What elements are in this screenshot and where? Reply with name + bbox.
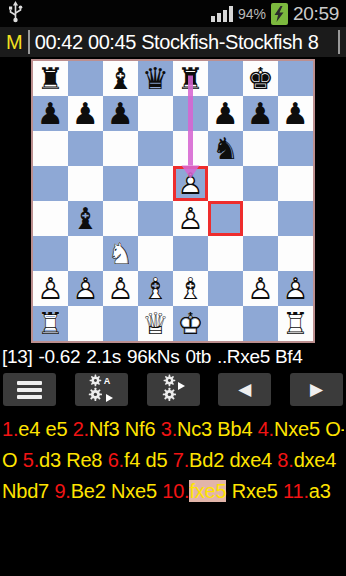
square-e3[interactable] (173, 236, 208, 271)
white-pawn: ♟♙ (278, 271, 313, 306)
square-c5[interactable] (103, 166, 138, 201)
menu-button[interactable] (3, 373, 56, 406)
move-text[interactable]: Nf3 Nf6 (89, 418, 161, 440)
move-number: 8. (277, 449, 293, 471)
hamburger-menu-icon (17, 381, 42, 399)
square-g7[interactable]: ♟ (243, 96, 278, 131)
square-f1[interactable] (208, 306, 243, 341)
square-a5[interactable] (33, 166, 68, 201)
move-text[interactable]: Nbd7 (2, 480, 54, 502)
move-text[interactable]: dxe4 (294, 449, 337, 471)
black-pawn: ♟ (278, 96, 313, 131)
move-text[interactable]: Rxe5 (226, 480, 283, 502)
engine-play-move-button[interactable] (147, 373, 200, 406)
engine-time: 2.1s (86, 346, 121, 368)
square-d8[interactable]: ♛ (138, 61, 173, 96)
black-clock: 00:45 (88, 31, 136, 53)
game-header: 00:42 00:45 Stockfish-Stockfish 8 (35, 31, 319, 54)
square-b8[interactable] (68, 61, 103, 96)
next-move-button[interactable]: ▶ (290, 373, 343, 406)
players-label: Stockfish-Stockfish 8 (141, 31, 318, 53)
square-f6[interactable]: ♞ (208, 131, 243, 166)
engine-tb-hits: 0tb (185, 346, 211, 368)
white-queen: ♛♕ (138, 306, 173, 341)
title-separator-right (338, 30, 340, 54)
square-c8[interactable]: ♝ (103, 61, 138, 96)
square-h5[interactable] (278, 166, 313, 201)
move-number: 9. (54, 480, 70, 502)
square-g4[interactable] (243, 201, 278, 236)
square-b1[interactable] (68, 306, 103, 341)
square-h4[interactable] (278, 201, 313, 236)
current-move[interactable]: fxe5 (189, 480, 226, 502)
square-b7[interactable]: ♟ (68, 96, 103, 131)
square-a1[interactable]: ♜♖ (33, 306, 68, 341)
square-h8[interactable] (278, 61, 313, 96)
square-c2[interactable]: ♟♙ (103, 271, 138, 306)
square-h7[interactable]: ♟ (278, 96, 313, 131)
square-h1[interactable]: ♜♖ (278, 306, 313, 341)
square-g1[interactable] (243, 306, 278, 341)
white-knight: ♞♘ (103, 236, 138, 271)
battery-charging-icon (271, 3, 288, 25)
black-bishop: ♝ (68, 201, 103, 236)
move-text[interactable]: Bd2 dxe4 (189, 449, 277, 471)
square-b5[interactable] (68, 166, 103, 201)
engine-info-line: [13] -0.62 2.1s 96kNs 0tb ..Rxe5 Bf4 (0, 343, 346, 371)
move-number: 7. (173, 449, 189, 471)
move-text[interactable]: a3 (309, 480, 331, 502)
move-text[interactable]: Be2 Nxe5 (71, 480, 163, 502)
move-text[interactable]: O (2, 449, 23, 471)
white-bishop: ♝♗ (173, 271, 208, 306)
white-pawn: ♟♙ (33, 271, 68, 306)
move-number: 2. (73, 418, 89, 440)
move-number: 6. (108, 449, 124, 471)
black-rook: ♜ (33, 61, 68, 96)
move-list-line: Nbd7 9.Be2 Nxe5 10.fxe5 Rxe5 11.a3 (2, 476, 344, 507)
auto-badge: A (104, 376, 111, 386)
square-c7[interactable]: ♟ (103, 96, 138, 131)
move-text[interactable]: Nc3 Bb4 (177, 418, 258, 440)
white-pawn: ♟♙ (103, 271, 138, 306)
square-b4[interactable]: ♝ (68, 201, 103, 236)
square-d3[interactable] (138, 236, 173, 271)
square-b3[interactable] (68, 236, 103, 271)
board-frame: ♜♝♛♜♚♟♟♟♟♟♟♞♟♙♝♟♙♞♘♟♙♟♙♟♙♝♗♝♗♟♙♟♙♜♖♛♕♚♔♜… (31, 59, 315, 343)
prev-move-button[interactable]: ◀ (218, 373, 271, 406)
mode-label: M (6, 31, 23, 54)
square-f7[interactable]: ♟ (208, 96, 243, 131)
move-number: 11. (283, 480, 309, 502)
square-f3[interactable] (208, 236, 243, 271)
white-pawn: ♟♙ (173, 166, 208, 201)
square-d2[interactable]: ♝♗ (138, 271, 173, 306)
move-number: 4. (258, 418, 274, 440)
move-list: 1.e4 e5 2.Nf3 Nf6 3.Nc3 Bb4 4.Nxe5 O-O 5… (0, 414, 346, 507)
square-g2[interactable]: ♟♙ (243, 271, 278, 306)
engine-analysis-button[interactable]: A (75, 373, 128, 406)
move-number: 3. (161, 418, 177, 440)
square-a3[interactable] (33, 236, 68, 271)
square-e4[interactable]: ♟♙ (173, 201, 208, 236)
move-list-line: O 5.d3 Re8 6.f4 d5 7.Bd2 dxe4 8.dxe4 (2, 445, 344, 476)
move-text[interactable]: e4 e5 (18, 418, 72, 440)
white-rook: ♜♖ (278, 306, 313, 341)
square-c4[interactable] (103, 201, 138, 236)
back-triangle-icon: ◀ (238, 381, 251, 398)
black-pawn: ♟ (33, 96, 68, 131)
square-f2[interactable] (208, 271, 243, 306)
square-e8[interactable]: ♜ (173, 61, 208, 96)
square-a7[interactable]: ♟ (33, 96, 68, 131)
square-d6[interactable] (138, 131, 173, 166)
square-c1[interactable] (103, 306, 138, 341)
black-bishop: ♝ (103, 61, 138, 96)
move-number: 5. (23, 449, 39, 471)
square-g8[interactable]: ♚ (243, 61, 278, 96)
black-rook: ♜ (173, 61, 208, 96)
white-pawn: ♟♙ (173, 201, 208, 236)
square-c6[interactable] (103, 131, 138, 166)
black-pawn: ♟ (208, 96, 243, 131)
android-status-bar: 94% 20:59 (0, 0, 346, 27)
engine-depth: [13] (2, 346, 33, 368)
square-h6[interactable] (278, 131, 313, 166)
square-f5[interactable] (208, 166, 243, 201)
usb-icon (7, 1, 24, 27)
square-g5[interactable] (243, 166, 278, 201)
square-e2[interactable]: ♝♗ (173, 271, 208, 306)
gears-analysis-icon (81, 373, 121, 407)
status-clock: 20:59 (293, 3, 339, 25)
signal-strength-icon (211, 6, 233, 22)
square-h3[interactable] (278, 236, 313, 271)
move-text[interactable]: f4 d5 (124, 449, 173, 471)
square-e7[interactable] (173, 96, 208, 131)
forward-triangle-icon: ▶ (310, 381, 323, 398)
black-king: ♚ (243, 61, 278, 96)
white-pawn: ♟♙ (68, 271, 103, 306)
black-pawn: ♟ (243, 96, 278, 131)
white-king: ♚♔ (173, 306, 208, 341)
battery-percent: 94% (238, 6, 266, 22)
title-bar[interactable]: M 00:42 00:45 Stockfish-Stockfish 8 (0, 27, 346, 58)
engine-eval: -0.62 (39, 346, 81, 368)
square-f8[interactable] (208, 61, 243, 96)
engine-speed: 96kNs (127, 346, 179, 368)
square-b2[interactable]: ♟♙ (68, 271, 103, 306)
square-d4[interactable] (138, 201, 173, 236)
square-f4[interactable] (208, 201, 243, 236)
square-d1[interactable]: ♛♕ (138, 306, 173, 341)
white-pawn: ♟♙ (243, 271, 278, 306)
move-list-line: 1.e4 e5 2.Nf3 Nf6 3.Nc3 Bb4 4.Nxe5 O- (2, 414, 344, 445)
square-e5[interactable]: ♟♙ (173, 166, 208, 201)
square-a6[interactable] (33, 131, 68, 166)
title-separator (28, 30, 30, 54)
move-number: 1. (2, 418, 18, 440)
square-a8[interactable]: ♜ (33, 61, 68, 96)
white-rook: ♜♖ (33, 306, 68, 341)
black-pawn: ♟ (68, 96, 103, 131)
white-bishop: ♝♗ (138, 271, 173, 306)
square-a4[interactable] (33, 201, 68, 236)
gears-play-icon (155, 373, 191, 407)
black-knight: ♞ (208, 131, 243, 166)
square-e1[interactable]: ♚♔ (173, 306, 208, 341)
square-g6[interactable] (243, 131, 278, 166)
square-d5[interactable] (138, 166, 173, 201)
engine-pv: ..Rxe5 Bf4 (217, 346, 303, 368)
square-b6[interactable] (68, 131, 103, 166)
toolbar: A ◀ ▶ (0, 373, 346, 406)
move-text[interactable]: Nxe5 O- (274, 418, 344, 440)
white-clock: 00:42 (35, 31, 83, 53)
chess-board: ♜♝♛♜♚♟♟♟♟♟♟♞♟♙♝♟♙♞♘♟♙♟♙♟♙♝♗♝♗♟♙♟♙♜♖♛♕♚♔♜… (33, 61, 313, 341)
black-pawn: ♟ (103, 96, 138, 131)
square-a2[interactable]: ♟♙ (33, 271, 68, 306)
square-d7[interactable] (138, 96, 173, 131)
black-queen: ♛ (138, 61, 173, 96)
square-c3[interactable]: ♞♘ (103, 236, 138, 271)
square-e6[interactable] (173, 131, 208, 166)
square-g3[interactable] (243, 236, 278, 271)
move-number: 10. (162, 480, 189, 502)
app-screen: { "game": "chess", "position": { "fen": … (0, 0, 346, 576)
move-text[interactable]: d3 Re8 (39, 449, 108, 471)
square-h2[interactable]: ♟♙ (278, 271, 313, 306)
